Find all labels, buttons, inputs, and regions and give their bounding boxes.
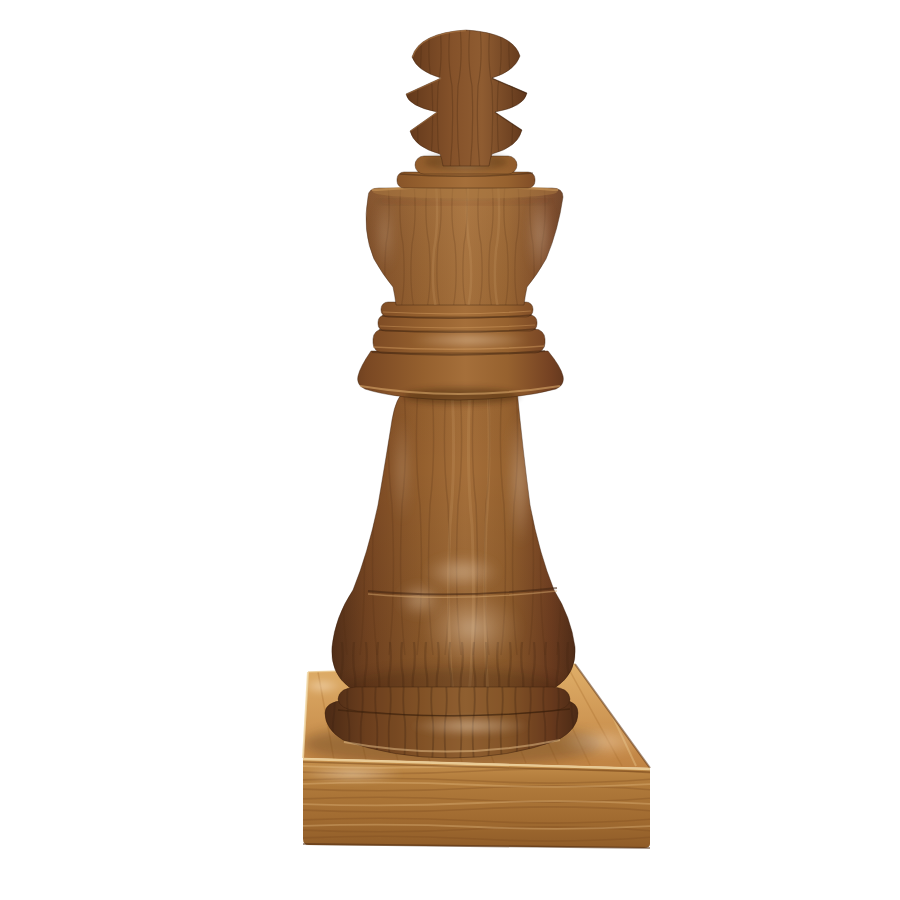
under-flare-shadow: [403, 388, 519, 404]
photo-canvas: [0, 0, 900, 900]
chess-piece-photo: Polished brown wooden chess king with a …: [0, 0, 900, 900]
